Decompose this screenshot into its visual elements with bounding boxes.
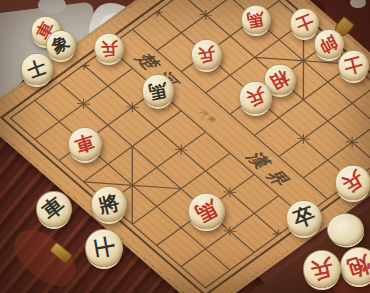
piece-character: 士 [342, 54, 364, 76]
piece-red-advisor[interactable]: 士 [338, 50, 369, 81]
piece-black-king[interactable]: 將 [91, 186, 127, 222]
piece-red-horse[interactable]: 馬 [188, 193, 224, 229]
piece-character: 士 [25, 57, 48, 80]
piece-character: 象 [49, 33, 72, 56]
piece-black-chariot[interactable]: 車 [36, 191, 72, 227]
piece-black-soldier[interactable]: 卒 [286, 200, 323, 237]
piece-red-chariot[interactable]: 車 [68, 127, 102, 161]
piece-character: 兵 [100, 39, 118, 57]
piece-red-soldier[interactable]: 兵 [303, 250, 341, 288]
piece-character: 士 [293, 12, 315, 34]
piece-character: 馬 [192, 197, 220, 225]
piece-red-soldier[interactable]: 兵 [239, 81, 271, 113]
piece-character: 帥 [317, 33, 340, 56]
piece-character: 兵 [339, 169, 366, 196]
piece-character: 相 [268, 67, 293, 92]
piece-character: 馬 [246, 9, 266, 29]
piece-red-horse[interactable]: 馬 [241, 5, 271, 35]
piece-black-advisor[interactable]: 士 [85, 229, 123, 267]
piece-character: 車 [39, 194, 68, 223]
piece-red-advisor[interactable]: 士 [290, 8, 320, 38]
piece-character: 炮 [345, 252, 370, 280]
piece-character: 兵 [309, 256, 335, 282]
piece-character: 士 [92, 236, 116, 260]
piece-character: 兵 [197, 45, 216, 64]
piece-character: 卒 [291, 204, 318, 231]
piece-black-horse[interactable]: 馬 [142, 74, 174, 106]
piece-character: 馬 [147, 80, 168, 101]
photo-stage: 楚河 漢界 河界 士帥士馬相兵兵兵兵馬卒馬車將車象士車士兵炮 [0, 0, 370, 293]
piece-red-soldier[interactable]: 兵 [335, 165, 370, 200]
piece-character: 兵 [244, 86, 267, 109]
piece-character: 將 [97, 192, 121, 216]
piece-black-advisor[interactable]: 士 [21, 53, 52, 84]
piece-character: 車 [73, 132, 97, 156]
